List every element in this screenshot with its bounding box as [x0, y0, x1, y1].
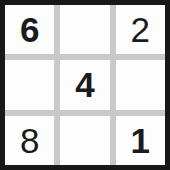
sudoku-cell[interactable]: 6 — [5, 5, 54, 54]
sudoku-cell[interactable] — [60, 5, 109, 54]
sudoku-cell[interactable] — [60, 116, 109, 165]
sudoku-cell[interactable]: 8 — [5, 116, 54, 165]
sudoku-cell[interactable]: 4 — [60, 60, 109, 109]
sudoku-cell[interactable]: 2 — [116, 5, 165, 54]
sudoku-cell[interactable] — [5, 60, 54, 109]
sudoku-cell[interactable]: 1 — [116, 116, 165, 165]
sudoku-cell[interactable] — [116, 60, 165, 109]
sudoku-board: 6 2 4 8 1 — [0, 0, 170, 170]
